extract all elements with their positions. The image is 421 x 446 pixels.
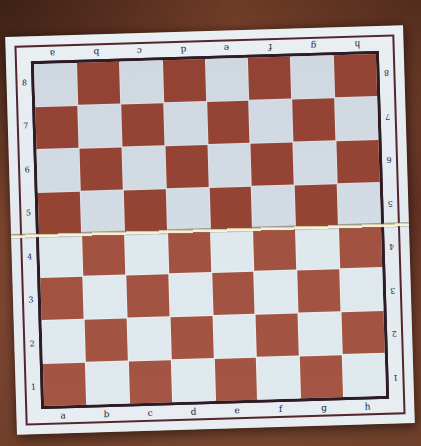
square-c3[interactable] [126,275,169,318]
square-a2[interactable] [42,320,85,363]
band-bottom-label-d: d [172,404,216,419]
square-h5[interactable] [338,183,381,226]
band-top-label-c: c [117,43,161,58]
square-b7[interactable] [78,104,121,147]
square-e3[interactable] [212,272,255,315]
square-g8[interactable] [291,55,334,98]
square-g6[interactable] [294,141,337,184]
square-f3[interactable] [255,271,298,314]
coordinate-ring: abcdefgh 87654321 87654321 abcdefgh [17,37,404,424]
band-right-label-1: 1 [388,355,403,399]
square-g3[interactable] [297,270,340,313]
playing-field-border [31,51,389,409]
square-f5[interactable] [252,185,295,228]
band-top-label-a: a [30,46,74,61]
corner [27,409,41,423]
chess-board: abcdefgh 87654321 87654321 abcdefgh [5,25,415,435]
square-c7[interactable] [121,103,164,146]
band-right-label-7: 7 [380,94,395,138]
square-c8[interactable] [120,60,163,103]
square-b5[interactable] [81,190,124,233]
band-left-label-5: 5 [21,192,36,236]
corner [389,398,403,412]
square-d8[interactable] [163,59,206,102]
square-c6[interactable] [122,146,165,189]
square-a1[interactable] [43,363,86,406]
band-bottom-label-e: e [215,403,259,418]
square-h1[interactable] [343,354,386,397]
square-e2[interactable] [213,315,256,358]
square-b8[interactable] [77,62,120,105]
square-e4[interactable] [211,229,254,272]
square-e5[interactable] [209,186,252,229]
square-d5[interactable] [166,188,209,231]
square-e8[interactable] [205,58,248,101]
board-frame: abcdefgh 87654321 87654321 abcdefgh [14,34,405,425]
table-surface: abcdefgh 87654321 87654321 abcdefgh [0,0,421,446]
band-bottom-label-c: c [128,405,172,420]
square-f4[interactable] [253,228,296,271]
square-f2[interactable] [256,314,299,357]
band-right-label-3: 3 [385,268,400,312]
square-d2[interactable] [170,316,213,359]
square-h6[interactable] [337,140,380,183]
square-f6[interactable] [251,142,294,185]
square-d6[interactable] [165,145,208,188]
band-right-label-6: 6 [381,137,396,181]
band-bottom-label-h: h [346,399,390,414]
band-left-label-6: 6 [20,148,35,192]
band-left-label-3: 3 [23,279,38,323]
square-c2[interactable] [127,317,170,360]
band-left-label-4: 4 [22,235,37,279]
band-right-label-2: 2 [387,311,402,355]
square-c5[interactable] [124,189,167,232]
square-h2[interactable] [342,311,385,354]
band-top-label-d: d [161,42,205,57]
band-top-label-f: f [248,40,292,55]
square-d1[interactable] [171,359,214,402]
band-bottom-label-b: b [85,407,129,422]
square-h7[interactable] [335,97,378,140]
square-b1[interactable] [86,362,129,405]
square-c1[interactable] [129,360,172,403]
square-f8[interactable] [248,57,291,100]
corner [378,37,392,51]
band-bottom-label-g: g [302,400,346,415]
square-g2[interactable] [299,312,342,355]
square-e1[interactable] [214,358,257,401]
square-g5[interactable] [295,184,338,227]
band-left-label-7: 7 [18,105,33,149]
square-d4[interactable] [168,231,211,274]
square-b6[interactable] [79,147,122,190]
square-a6[interactable] [37,149,80,192]
band-top-label-g: g [291,38,335,53]
band-top-label-e: e [204,41,248,56]
square-f7[interactable] [250,99,293,142]
square-h4[interactable] [339,225,382,268]
band-left-label-2: 2 [25,322,40,366]
squares-grid [34,54,386,406]
square-g4[interactable] [296,227,339,270]
square-g7[interactable] [292,98,335,141]
band-bottom-label-a: a [41,408,85,423]
square-h3[interactable] [340,268,383,311]
band-left-label-1: 1 [26,366,41,410]
band-right-label-4: 4 [384,224,399,268]
band-bottom-label-f: f [259,401,303,416]
band-top-label-h: h [335,37,379,52]
band-left-label-8: 8 [17,61,32,105]
square-h8[interactable] [334,54,377,97]
square-a4[interactable] [39,234,82,277]
square-c4[interactable] [125,232,168,275]
square-b4[interactable] [82,233,125,276]
corner [17,47,31,61]
square-g1[interactable] [300,355,343,398]
band-right-label-8: 8 [379,50,394,94]
square-d7[interactable] [164,102,207,145]
band-top-label-b: b [74,45,118,60]
square-a7[interactable] [35,106,78,149]
square-a5[interactable] [38,191,81,234]
square-e6[interactable] [208,144,251,187]
square-a3[interactable] [40,277,83,320]
square-a8[interactable] [34,63,77,106]
square-d3[interactable] [169,273,212,316]
square-b3[interactable] [83,276,126,319]
square-f1[interactable] [257,357,300,400]
square-e7[interactable] [207,101,250,144]
band-right-label-5: 5 [383,181,398,225]
square-b2[interactable] [84,319,127,362]
